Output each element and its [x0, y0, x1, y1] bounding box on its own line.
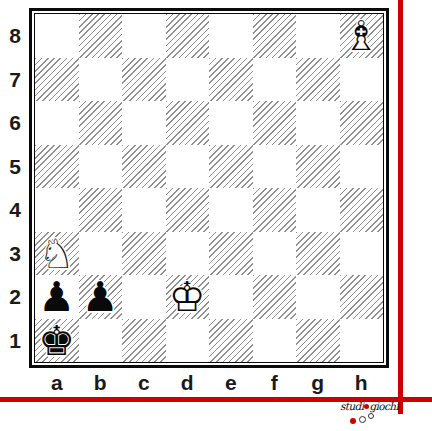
logo-bubble-small-icon [368, 413, 374, 419]
square-g1[interactable] [296, 319, 340, 363]
square-e6[interactable] [209, 101, 253, 145]
square-c3[interactable] [122, 232, 166, 276]
rank-label-6: 6 [3, 101, 27, 145]
square-b5[interactable] [79, 145, 123, 189]
square-a7[interactable] [35, 58, 79, 102]
rank-label-4: 4 [3, 188, 27, 232]
studiogiochi-logo: studigiochi [340, 400, 398, 412]
square-h1[interactable] [340, 319, 384, 363]
rank-labels: 87654321 [3, 14, 27, 362]
square-e5[interactable] [209, 145, 253, 189]
square-a2[interactable]: ♟ [35, 275, 79, 319]
square-c4[interactable] [122, 188, 166, 232]
piece-black-pawn-a2[interactable]: ♟ [35, 275, 79, 319]
white-knight-outline: ♘ [35, 232, 79, 276]
square-e7[interactable] [209, 58, 253, 102]
square-e3[interactable] [209, 232, 253, 276]
square-g4[interactable] [296, 188, 340, 232]
square-a1[interactable]: ♚ [35, 319, 79, 363]
square-b8[interactable] [79, 14, 123, 58]
chessboard-inner-frame: ♝♗♞♘♟♟♚♔♚ [34, 13, 384, 363]
square-f2[interactable] [253, 275, 297, 319]
square-h7[interactable] [340, 58, 384, 102]
chessboard-frame: ♝♗♞♘♟♟♚♔♚ [29, 8, 389, 368]
square-h3[interactable] [340, 232, 384, 276]
square-f5[interactable] [253, 145, 297, 189]
rank-label-5: 5 [3, 145, 27, 189]
file-label-d: d [166, 372, 210, 394]
board: ♝♗♞♘♟♟♚♔♚ [35, 14, 383, 362]
square-a3[interactable]: ♞♘ [35, 232, 79, 276]
rank-label-2: 2 [3, 275, 27, 319]
logo-text-right: giochi [369, 400, 398, 412]
black-pawn-b2-glyph: ♟ [79, 275, 123, 319]
file-label-a: a [35, 372, 79, 394]
file-label-g: g [296, 372, 340, 394]
square-g5[interactable] [296, 145, 340, 189]
square-g7[interactable] [296, 58, 340, 102]
square-d1[interactable] [166, 319, 210, 363]
square-g6[interactable] [296, 101, 340, 145]
square-d8[interactable] [166, 14, 210, 58]
square-g2[interactable] [296, 275, 340, 319]
square-e1[interactable] [209, 319, 253, 363]
square-b1[interactable] [79, 319, 123, 363]
file-label-h: h [340, 372, 384, 394]
square-d3[interactable] [166, 232, 210, 276]
logo-bubble-red-icon [350, 418, 356, 424]
square-c2[interactable] [122, 275, 166, 319]
square-b6[interactable] [79, 101, 123, 145]
white-king-outline: ♔ [166, 275, 210, 319]
black-king-glyph: ♚ [35, 319, 79, 363]
square-c6[interactable] [122, 101, 166, 145]
square-g8[interactable] [296, 14, 340, 58]
square-h2[interactable] [340, 275, 384, 319]
square-f8[interactable] [253, 14, 297, 58]
square-f6[interactable] [253, 101, 297, 145]
piece-white-bishop[interactable]: ♝♗ [340, 14, 384, 58]
piece-black-king[interactable]: ♚ [35, 319, 79, 363]
square-f3[interactable] [253, 232, 297, 276]
piece-white-king[interactable]: ♚♔ [166, 275, 210, 319]
square-c8[interactable] [122, 14, 166, 58]
file-labels: abcdefgh [35, 372, 383, 394]
square-d2[interactable]: ♚♔ [166, 275, 210, 319]
square-d6[interactable] [166, 101, 210, 145]
square-d4[interactable] [166, 188, 210, 232]
piece-black-pawn-b2[interactable]: ♟ [79, 275, 123, 319]
file-label-c: c [122, 372, 166, 394]
file-label-b: b [79, 372, 123, 394]
square-g3[interactable] [296, 232, 340, 276]
square-e4[interactable] [209, 188, 253, 232]
square-a5[interactable] [35, 145, 79, 189]
square-e2[interactable] [209, 275, 253, 319]
square-h6[interactable] [340, 101, 384, 145]
square-c5[interactable] [122, 145, 166, 189]
piece-white-knight[interactable]: ♞♘ [35, 232, 79, 276]
square-c1[interactable] [122, 319, 166, 363]
square-d7[interactable] [166, 58, 210, 102]
rank-label-1: 1 [3, 319, 27, 363]
logo-bubble-white-icon [359, 416, 366, 423]
rank-label-8: 8 [3, 14, 27, 58]
square-c7[interactable] [122, 58, 166, 102]
rank-label-3: 3 [3, 232, 27, 276]
square-b7[interactable] [79, 58, 123, 102]
square-b2[interactable]: ♟ [79, 275, 123, 319]
square-h4[interactable] [340, 188, 384, 232]
square-d5[interactable] [166, 145, 210, 189]
red-accent-line-vertical [398, 0, 403, 414]
square-f4[interactable] [253, 188, 297, 232]
file-label-f: f [253, 372, 297, 394]
rank-label-7: 7 [3, 58, 27, 102]
file-label-e: e [209, 372, 253, 394]
square-b4[interactable] [79, 188, 123, 232]
square-a4[interactable] [35, 188, 79, 232]
square-b3[interactable] [79, 232, 123, 276]
square-h8[interactable]: ♝♗ [340, 14, 384, 58]
square-e8[interactable] [209, 14, 253, 58]
square-a6[interactable] [35, 101, 79, 145]
square-f1[interactable] [253, 319, 297, 363]
white-bishop-outline: ♗ [340, 14, 384, 58]
square-h5[interactable] [340, 145, 384, 189]
square-a8[interactable] [35, 14, 79, 58]
logo-text-left: studi [340, 400, 363, 412]
square-f7[interactable] [253, 58, 297, 102]
black-pawn-a2-glyph: ♟ [35, 275, 79, 319]
